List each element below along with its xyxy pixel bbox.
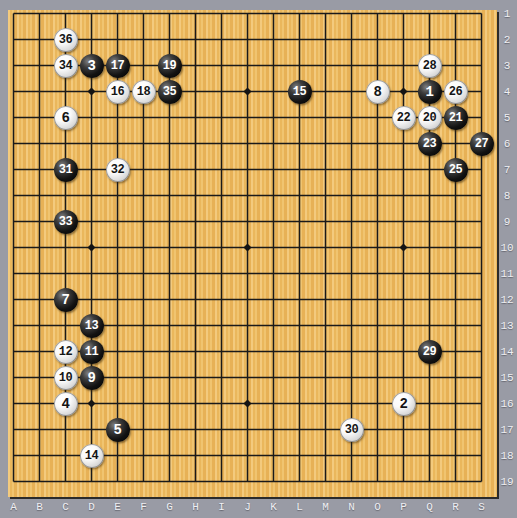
row-label-1: 1 <box>497 6 517 22</box>
stone-move-number: 27 <box>475 138 488 150</box>
stone-move-number: 12 <box>59 346 72 358</box>
stone-36-white: 36 <box>54 28 78 52</box>
col-label-H: H <box>183 499 209 515</box>
stone-17-black: 17 <box>106 54 130 78</box>
col-label-B: B <box>27 499 53 515</box>
stone-move-number: 30 <box>345 424 358 436</box>
stone-move-number: 35 <box>163 86 176 98</box>
col-label-O: O <box>365 499 391 515</box>
row-label-8: 8 <box>497 188 517 204</box>
stone-move-number: 4 <box>62 397 70 411</box>
stone-9-black: 9 <box>80 366 104 390</box>
stone-move-number: 9 <box>88 371 96 385</box>
stone-move-number: 32 <box>111 164 124 176</box>
stone-2-white: 2 <box>392 392 416 416</box>
stone-1-black: 1 <box>418 80 442 104</box>
row-label-12: 12 <box>497 292 517 308</box>
col-label-L: L <box>287 499 313 515</box>
stone-5-black: 5 <box>106 418 130 442</box>
col-label-I: I <box>209 499 235 515</box>
stone-move-number: 15 <box>293 86 306 98</box>
stone-move-number: 26 <box>449 86 462 98</box>
star-point <box>88 244 96 252</box>
stone-22-white: 22 <box>392 106 416 130</box>
row-label-17: 17 <box>497 422 517 438</box>
col-label-N: N <box>339 499 365 515</box>
col-label-C: C <box>53 499 79 515</box>
stone-32-white: 32 <box>106 158 130 182</box>
stone-7-black: 7 <box>54 288 78 312</box>
star-point <box>88 400 96 408</box>
stone-move-number: 22 <box>397 112 410 124</box>
col-label-D: D <box>79 499 105 515</box>
stone-move-number: 8 <box>374 85 382 99</box>
stone-4-white: 4 <box>54 392 78 416</box>
row-label-2: 2 <box>497 32 517 48</box>
row-label-11: 11 <box>497 266 517 282</box>
stone-move-number: 16 <box>111 86 124 98</box>
stone-11-black: 11 <box>80 340 104 364</box>
star-point <box>244 88 252 96</box>
stone-move-number: 25 <box>449 164 462 176</box>
row-label-9: 9 <box>497 214 517 230</box>
stone-move-number: 17 <box>111 60 124 72</box>
row-label-13: 13 <box>497 318 517 334</box>
col-label-J: J <box>235 499 261 515</box>
col-label-K: K <box>261 499 287 515</box>
stone-move-number: 6 <box>62 111 70 125</box>
stone-31-black: 31 <box>54 158 78 182</box>
stone-28-white: 28 <box>418 54 442 78</box>
stone-move-number: 5 <box>114 423 122 437</box>
stone-27-black: 27 <box>470 132 494 156</box>
row-label-15: 15 <box>497 370 517 386</box>
stone-move-number: 23 <box>423 138 436 150</box>
stone-25-black: 25 <box>444 158 468 182</box>
row-label-7: 7 <box>497 162 517 178</box>
col-label-F: F <box>131 499 157 515</box>
row-label-10: 10 <box>497 240 517 256</box>
stone-30-white: 30 <box>340 418 364 442</box>
stone-move-number: 33 <box>59 216 72 228</box>
stone-18-white: 18 <box>132 80 156 104</box>
stone-3-black: 3 <box>80 54 104 78</box>
stone-21-black: 21 <box>444 106 468 130</box>
col-label-P: P <box>391 499 417 515</box>
col-label-A: A <box>1 499 27 515</box>
stone-15-black: 15 <box>288 80 312 104</box>
star-point <box>88 88 96 96</box>
stone-move-number: 36 <box>59 34 72 46</box>
stone-12-white: 12 <box>54 340 78 364</box>
stone-move-number: 21 <box>449 112 462 124</box>
col-label-R: R <box>443 499 469 515</box>
stone-33-black: 33 <box>54 210 78 234</box>
row-label-14: 14 <box>497 344 517 360</box>
row-label-5: 5 <box>497 110 517 126</box>
stone-6-white: 6 <box>54 106 78 130</box>
stone-10-white: 10 <box>54 366 78 390</box>
row-label-4: 4 <box>497 84 517 100</box>
row-label-18: 18 <box>497 448 517 464</box>
col-label-E: E <box>105 499 131 515</box>
stone-34-white: 34 <box>54 54 78 78</box>
row-label-16: 16 <box>497 396 517 412</box>
star-point <box>400 88 408 96</box>
row-label-6: 6 <box>497 136 517 152</box>
col-label-Q: Q <box>417 499 443 515</box>
stone-20-white: 20 <box>418 106 442 130</box>
stone-move-number: 19 <box>163 60 176 72</box>
col-label-M: M <box>313 499 339 515</box>
stone-move-number: 14 <box>85 450 98 462</box>
col-label-S: S <box>469 499 495 515</box>
stone-23-black: 23 <box>418 132 442 156</box>
stone-26-white: 26 <box>444 80 468 104</box>
stone-move-number: 1 <box>426 85 434 99</box>
col-label-G: G <box>157 499 183 515</box>
stone-13-black: 13 <box>80 314 104 338</box>
stone-move-number: 20 <box>423 112 436 124</box>
stone-29-black: 29 <box>418 340 442 364</box>
stone-move-number: 2 <box>400 397 408 411</box>
stone-move-number: 28 <box>423 60 436 72</box>
stone-move-number: 31 <box>59 164 72 176</box>
go-diagram-screen: 1234567891011121314151617181920212223252… <box>0 0 517 518</box>
star-point <box>244 400 252 408</box>
stone-move-number: 13 <box>85 320 98 332</box>
go-board[interactable]: 1234567891011121314151617181920212223252… <box>8 10 497 497</box>
stone-16-white: 16 <box>106 80 130 104</box>
stone-move-number: 34 <box>59 60 72 72</box>
row-label-19: 19 <box>497 474 517 490</box>
stone-move-number: 11 <box>85 346 98 358</box>
stone-move-number: 29 <box>423 346 436 358</box>
stone-19-black: 19 <box>158 54 182 78</box>
stone-move-number: 7 <box>62 293 70 307</box>
star-point <box>244 244 252 252</box>
star-point <box>400 244 408 252</box>
stone-move-number: 10 <box>59 372 72 384</box>
row-label-3: 3 <box>497 58 517 74</box>
stone-14-white: 14 <box>80 444 104 468</box>
stone-35-black: 35 <box>158 80 182 104</box>
stone-8-white: 8 <box>366 80 390 104</box>
stone-move-number: 18 <box>137 86 150 98</box>
stone-move-number: 3 <box>88 59 96 73</box>
